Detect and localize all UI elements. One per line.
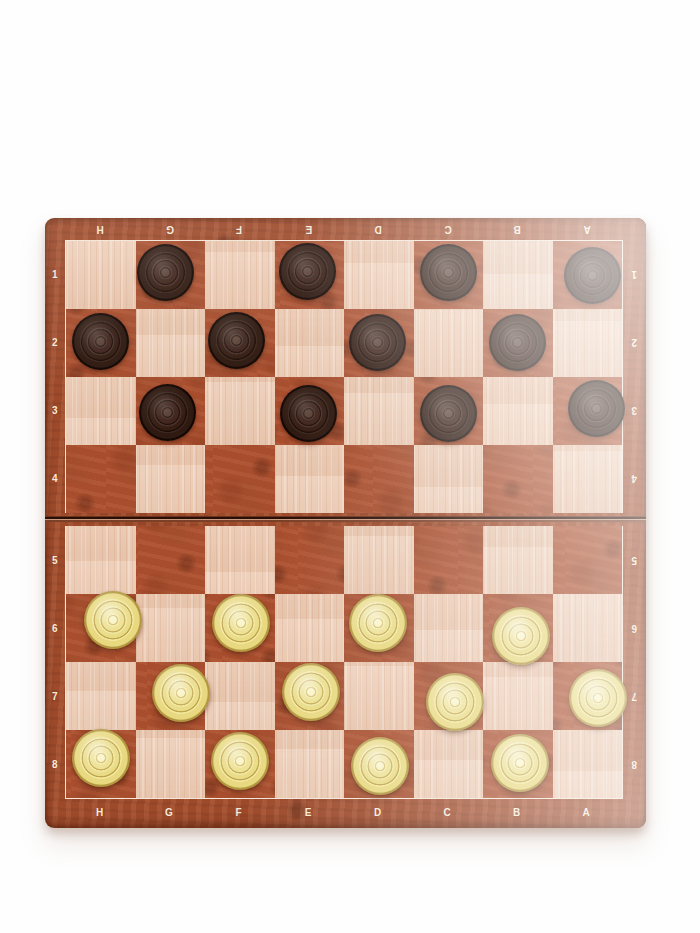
file-label-bottom-E: E xyxy=(274,798,344,828)
file-label-bottom-C: C xyxy=(413,798,483,828)
file-label-top-D: D xyxy=(343,218,413,240)
checkers-board: HGFEDCBA 1234 1234 5678 5678 HGFEDCBA xyxy=(45,218,646,828)
square-f7[interactable] xyxy=(205,662,275,730)
piece-light-h6[interactable] xyxy=(84,591,142,649)
square-h5[interactable] xyxy=(66,526,136,594)
square-a2[interactable] xyxy=(553,309,623,377)
square-b5[interactable] xyxy=(483,526,553,594)
square-g8[interactable] xyxy=(136,730,206,798)
square-f1[interactable] xyxy=(205,241,275,309)
rank-label-right-1: 1 xyxy=(622,269,646,280)
square-h7[interactable] xyxy=(66,662,136,730)
rank-label-left-7: 7 xyxy=(45,691,65,702)
square-d1[interactable] xyxy=(344,241,414,309)
piece-dark-c3[interactable] xyxy=(420,385,477,442)
piece-dark-f2[interactable] xyxy=(208,312,265,369)
piece-light-b6[interactable] xyxy=(492,607,550,665)
piece-dark-c1[interactable] xyxy=(420,244,477,301)
square-b1[interactable] xyxy=(483,241,553,309)
piece-light-a7[interactable] xyxy=(569,669,627,727)
square-c4[interactable] xyxy=(414,445,484,513)
rank-labels-left-top: 1234 xyxy=(45,240,65,512)
rank-label-right-8: 8 xyxy=(622,759,646,770)
board-half-bottom: 5678 5678 HGFEDCBA xyxy=(45,522,646,828)
square-d7[interactable] xyxy=(344,662,414,730)
piece-light-f6[interactable] xyxy=(212,594,270,652)
file-label-bottom-H: H xyxy=(65,798,135,828)
square-c8[interactable] xyxy=(414,730,484,798)
square-e6[interactable] xyxy=(275,594,345,662)
piece-light-d8[interactable] xyxy=(351,737,409,795)
rank-label-right-3: 3 xyxy=(622,405,646,416)
piece-light-g7[interactable] xyxy=(152,664,210,722)
file-label-top-C: C xyxy=(413,218,483,240)
rank-label-right-6: 6 xyxy=(622,623,646,634)
rank-label-left-2: 2 xyxy=(45,337,65,348)
rank-label-left-3: 3 xyxy=(45,405,65,416)
piece-dark-e1[interactable] xyxy=(279,243,336,300)
square-f4[interactable] xyxy=(205,445,275,513)
square-d3[interactable] xyxy=(344,377,414,445)
photo-backdrop: HGFEDCBA 1234 1234 5678 5678 HGFEDCBA xyxy=(0,0,700,933)
square-a6[interactable] xyxy=(553,594,623,662)
square-c2[interactable] xyxy=(414,309,484,377)
rank-label-right-2: 2 xyxy=(622,337,646,348)
file-label-bottom-B: B xyxy=(482,798,552,828)
rank-label-left-8: 8 xyxy=(45,759,65,770)
piece-dark-g1[interactable] xyxy=(137,244,194,301)
square-e4[interactable] xyxy=(275,445,345,513)
file-label-bottom-F: F xyxy=(204,798,274,828)
fold-seam xyxy=(45,516,646,522)
square-h1[interactable] xyxy=(66,241,136,309)
rank-label-right-5: 5 xyxy=(622,555,646,566)
board-half-top: HGFEDCBA 1234 1234 xyxy=(45,218,646,516)
file-label-top-E: E xyxy=(274,218,344,240)
piece-light-f8[interactable] xyxy=(211,732,269,790)
file-label-bottom-A: A xyxy=(552,798,622,828)
square-h4[interactable] xyxy=(66,445,136,513)
rank-labels-right-bottom: 5678 xyxy=(622,526,646,798)
rank-labels-right-top: 1234 xyxy=(622,240,646,512)
square-c6[interactable] xyxy=(414,594,484,662)
file-label-top-F: F xyxy=(204,218,274,240)
piece-dark-g3[interactable] xyxy=(139,384,196,441)
file-label-bottom-G: G xyxy=(135,798,205,828)
square-h3[interactable] xyxy=(66,377,136,445)
rank-label-left-5: 5 xyxy=(45,555,65,566)
file-label-top-G: G xyxy=(135,218,205,240)
square-b7[interactable] xyxy=(483,662,553,730)
rank-label-left-1: 1 xyxy=(45,269,65,280)
file-labels-top: HGFEDCBA xyxy=(65,218,621,240)
square-a8[interactable] xyxy=(553,730,623,798)
square-e5[interactable] xyxy=(275,526,345,594)
piece-dark-d2[interactable] xyxy=(349,314,406,371)
file-labels-bottom: HGFEDCBA xyxy=(65,798,621,828)
square-d5[interactable] xyxy=(344,526,414,594)
square-e8[interactable] xyxy=(275,730,345,798)
square-c5[interactable] xyxy=(414,526,484,594)
piece-light-c7[interactable] xyxy=(426,673,484,731)
square-b3[interactable] xyxy=(483,377,553,445)
square-g4[interactable] xyxy=(136,445,206,513)
rank-label-left-4: 4 xyxy=(45,473,65,484)
file-label-top-H: H xyxy=(65,218,135,240)
rank-labels-left-bottom: 5678 xyxy=(45,526,65,798)
file-label-top-B: B xyxy=(482,218,552,240)
piece-light-b8[interactable] xyxy=(491,734,549,792)
piece-light-h8[interactable] xyxy=(72,729,130,787)
rank-label-right-4: 4 xyxy=(622,473,646,484)
square-a4[interactable] xyxy=(553,445,623,513)
piece-dark-a1[interactable] xyxy=(564,247,621,304)
piece-dark-b2[interactable] xyxy=(489,314,546,371)
piece-light-e7[interactable] xyxy=(282,663,340,721)
piece-dark-e3[interactable] xyxy=(280,385,337,442)
square-e2[interactable] xyxy=(275,309,345,377)
square-a5[interactable] xyxy=(553,526,623,594)
square-d4[interactable] xyxy=(344,445,414,513)
file-label-bottom-D: D xyxy=(343,798,413,828)
file-label-top-A: A xyxy=(552,218,622,240)
piece-dark-h2[interactable] xyxy=(72,313,129,370)
rank-label-left-6: 6 xyxy=(45,623,65,634)
piece-light-d6[interactable] xyxy=(349,594,407,652)
piece-dark-a3[interactable] xyxy=(568,380,625,437)
square-b4[interactable] xyxy=(483,445,553,513)
square-f3[interactable] xyxy=(205,377,275,445)
square-f5[interactable] xyxy=(205,526,275,594)
square-g5[interactable] xyxy=(136,526,206,594)
square-g6[interactable] xyxy=(136,594,206,662)
square-g2[interactable] xyxy=(136,309,206,377)
